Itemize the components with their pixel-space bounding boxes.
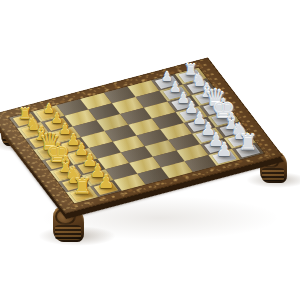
piece-black-pawn-h7: ♟ — [216, 141, 233, 159]
product-photo-scene: ♜♞♝♛♚♝♞♜♟♟♟♟♟♟♟♟♟♟♟♟♟♟♟♟♜♞♝♛♚♝♞♜ — [0, 0, 300, 300]
pieces-layer: ♜♞♝♛♚♝♞♜♟♟♟♟♟♟♟♟♟♟♟♟♟♟♟♟♜♞♝♛♚♝♞♜ — [0, 0, 300, 300]
piece-black-rook-h8: ♜ — [238, 132, 258, 154]
piece-white-pawn-h2: ♟ — [98, 172, 115, 190]
piece-white-rook-h1: ♜ — [72, 176, 92, 198]
